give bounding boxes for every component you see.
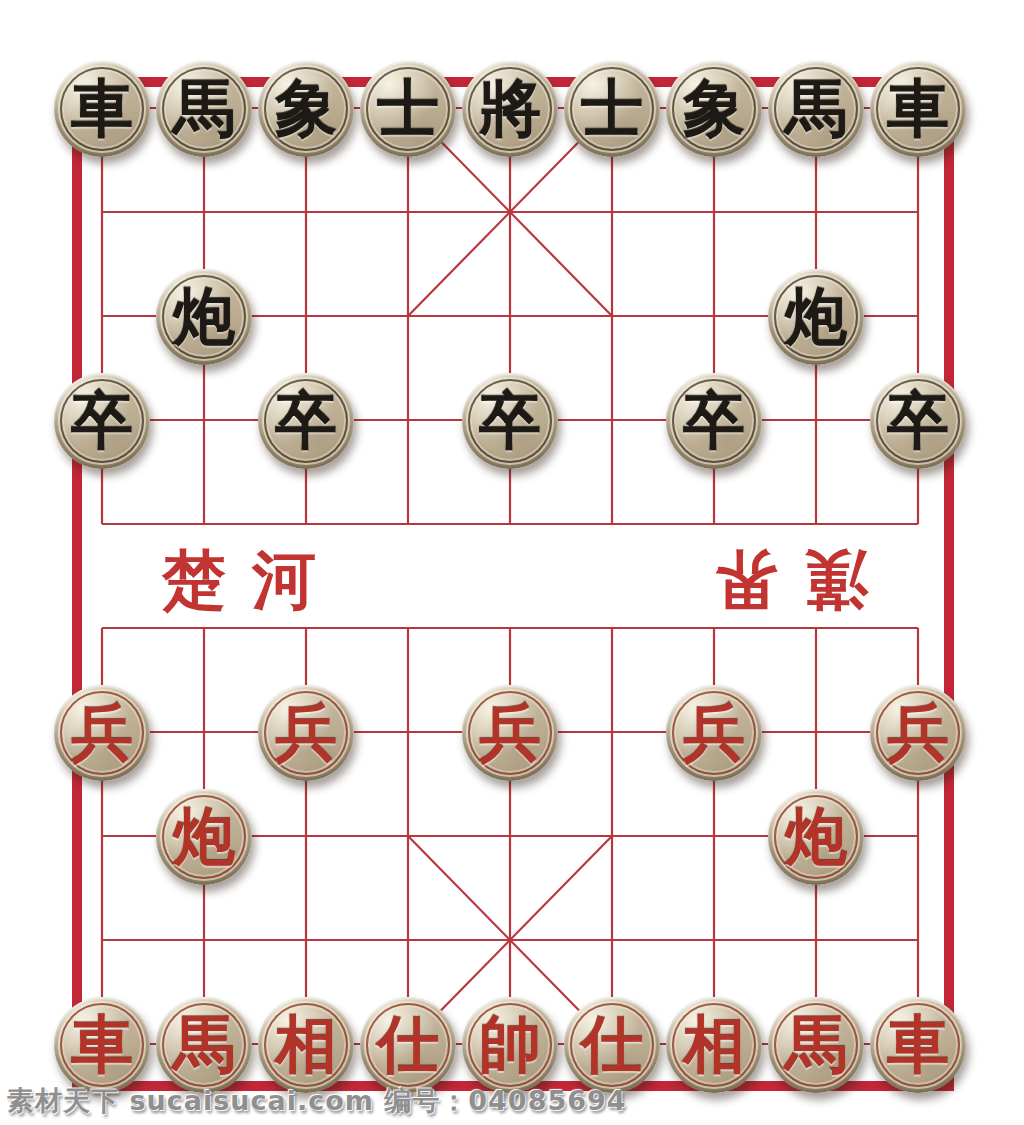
piece-black-soldier[interactable]: 卒 (462, 373, 558, 469)
piece-glyph: 將 (462, 61, 558, 157)
river-label-han-jie: 漢界 (688, 548, 868, 612)
piece-glyph: 士 (360, 61, 456, 157)
piece-glyph: 炮 (156, 269, 252, 365)
piece-red-soldier[interactable]: 兵 (870, 685, 966, 781)
piece-red-chariot[interactable]: 車 (870, 997, 966, 1093)
piece-black-soldier[interactable]: 卒 (666, 373, 762, 469)
piece-glyph: 仕 (564, 997, 660, 1093)
piece-red-elephant[interactable]: 相 (258, 997, 354, 1093)
piece-black-soldier[interactable]: 卒 (870, 373, 966, 469)
piece-black-cannon[interactable]: 炮 (156, 269, 252, 365)
piece-glyph: 兵 (462, 685, 558, 781)
piece-glyph: 炮 (768, 269, 864, 365)
piece-glyph: 車 (54, 61, 150, 157)
piece-black-soldier[interactable]: 卒 (54, 373, 150, 469)
piece-black-advisor[interactable]: 士 (360, 61, 456, 157)
piece-black-chariot[interactable]: 車 (54, 61, 150, 157)
xiangqi-board[interactable]: 楚河 漢界 素材天下 sucaisucai.com 编号：04085694 車馬… (0, 0, 1024, 1125)
piece-glyph: 炮 (156, 789, 252, 885)
piece-glyph: 象 (666, 61, 762, 157)
piece-glyph: 卒 (666, 373, 762, 469)
piece-glyph: 卒 (54, 373, 150, 469)
board-grid (0, 0, 1024, 1125)
piece-glyph: 相 (666, 997, 762, 1093)
piece-glyph: 車 (54, 997, 150, 1093)
piece-red-soldier[interactable]: 兵 (54, 685, 150, 781)
piece-glyph: 象 (258, 61, 354, 157)
piece-glyph: 車 (870, 61, 966, 157)
piece-red-elephant[interactable]: 相 (666, 997, 762, 1093)
piece-glyph: 卒 (870, 373, 966, 469)
piece-glyph: 士 (564, 61, 660, 157)
piece-red-advisor[interactable]: 仕 (360, 997, 456, 1093)
piece-red-horse[interactable]: 馬 (768, 997, 864, 1093)
piece-glyph: 兵 (54, 685, 150, 781)
piece-glyph: 帥 (462, 997, 558, 1093)
piece-glyph: 馬 (768, 61, 864, 157)
piece-glyph: 車 (870, 997, 966, 1093)
piece-glyph: 兵 (258, 685, 354, 781)
piece-red-soldier[interactable]: 兵 (666, 685, 762, 781)
piece-black-horse[interactable]: 馬 (156, 61, 252, 157)
piece-red-general[interactable]: 帥 (462, 997, 558, 1093)
piece-black-advisor[interactable]: 士 (564, 61, 660, 157)
piece-glyph: 相 (258, 997, 354, 1093)
piece-red-chariot[interactable]: 車 (54, 997, 150, 1093)
piece-black-chariot[interactable]: 車 (870, 61, 966, 157)
piece-red-cannon[interactable]: 炮 (768, 789, 864, 885)
piece-black-general[interactable]: 將 (462, 61, 558, 157)
piece-black-elephant[interactable]: 象 (258, 61, 354, 157)
piece-black-cannon[interactable]: 炮 (768, 269, 864, 365)
piece-glyph: 馬 (156, 997, 252, 1093)
piece-red-advisor[interactable]: 仕 (564, 997, 660, 1093)
piece-glyph: 炮 (768, 789, 864, 885)
piece-glyph: 卒 (258, 373, 354, 469)
piece-black-soldier[interactable]: 卒 (258, 373, 354, 469)
piece-glyph: 兵 (870, 685, 966, 781)
piece-glyph: 仕 (360, 997, 456, 1093)
piece-red-horse[interactable]: 馬 (156, 997, 252, 1093)
piece-glyph: 馬 (156, 61, 252, 157)
piece-red-soldier[interactable]: 兵 (462, 685, 558, 781)
piece-red-soldier[interactable]: 兵 (258, 685, 354, 781)
piece-black-elephant[interactable]: 象 (666, 61, 762, 157)
piece-red-cannon[interactable]: 炮 (156, 789, 252, 885)
piece-glyph: 馬 (768, 997, 864, 1093)
piece-glyph: 兵 (666, 685, 762, 781)
piece-black-horse[interactable]: 馬 (768, 61, 864, 157)
watermark-text: 素材天下 sucaisucai.com 编号：04085694 (7, 1083, 627, 1119)
piece-glyph: 卒 (462, 373, 558, 469)
river-label-chu-he: 楚河 (162, 548, 342, 612)
